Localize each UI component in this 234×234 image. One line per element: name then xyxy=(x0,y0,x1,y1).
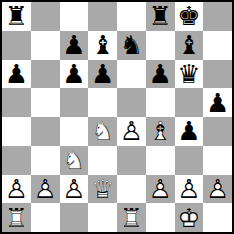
square-a4[interactable] xyxy=(2,117,31,146)
black-pawn-icon: ♟ xyxy=(88,60,117,89)
square-a8[interactable]: ♜ xyxy=(2,2,31,31)
square-c2[interactable]: ♟♙ xyxy=(60,175,89,204)
square-f6[interactable]: ♟ xyxy=(146,60,175,89)
square-a1[interactable]: ♜♖ xyxy=(2,203,31,232)
black-pawn-icon: ♟ xyxy=(203,88,232,117)
white-pawn-icon: ♟♙ xyxy=(2,175,31,204)
white-king-icon: ♚♔ xyxy=(175,203,204,232)
square-a6[interactable]: ♟ xyxy=(2,60,31,89)
square-h5[interactable]: ♟ xyxy=(203,88,232,117)
square-f3[interactable] xyxy=(146,146,175,175)
square-h4[interactable] xyxy=(203,117,232,146)
square-h7[interactable] xyxy=(203,31,232,60)
square-b7[interactable] xyxy=(31,31,60,60)
square-h2[interactable]: ♟♙ xyxy=(203,175,232,204)
square-d2[interactable]: ♛♕ xyxy=(88,175,117,204)
square-e3[interactable] xyxy=(117,146,146,175)
white-bishop-icon: ♝♗ xyxy=(146,117,175,146)
square-c4[interactable] xyxy=(60,117,89,146)
black-pawn-icon: ♟ xyxy=(60,60,89,89)
square-b5[interactable] xyxy=(31,88,60,117)
square-g6[interactable]: ♛ xyxy=(175,60,204,89)
black-king-icon: ♚ xyxy=(175,2,204,31)
black-pawn-icon: ♟ xyxy=(60,31,89,60)
square-e2[interactable] xyxy=(117,175,146,204)
square-b8[interactable] xyxy=(31,2,60,31)
square-d8[interactable] xyxy=(88,2,117,31)
white-pawn-icon: ♟♙ xyxy=(60,175,89,204)
white-pawn-icon: ♟♙ xyxy=(31,175,60,204)
square-b6[interactable] xyxy=(31,60,60,89)
white-pawn-icon: ♟♙ xyxy=(203,175,232,204)
chessboard: ♜♜♚♟♝♞♝♟♟♟♟♛♟♞♘♟♙♝♗♟♞♘♟♙♟♙♟♙♛♕♟♙♟♙♟♙♜♖♜♖… xyxy=(0,0,234,234)
square-b2[interactable]: ♟♙ xyxy=(31,175,60,204)
square-c5[interactable] xyxy=(60,88,89,117)
square-d7[interactable]: ♝ xyxy=(88,31,117,60)
black-rook-icon: ♜ xyxy=(2,2,31,31)
square-g1[interactable]: ♚♔ xyxy=(175,203,204,232)
square-d3[interactable] xyxy=(88,146,117,175)
square-a7[interactable] xyxy=(2,31,31,60)
black-pawn-icon: ♟ xyxy=(146,60,175,89)
square-h6[interactable] xyxy=(203,60,232,89)
black-bishop-icon: ♝ xyxy=(88,31,117,60)
square-b3[interactable] xyxy=(31,146,60,175)
square-g2[interactable]: ♟♙ xyxy=(175,175,204,204)
square-g5[interactable] xyxy=(175,88,204,117)
square-f7[interactable] xyxy=(146,31,175,60)
square-f5[interactable] xyxy=(146,88,175,117)
square-g8[interactable]: ♚ xyxy=(175,2,204,31)
white-rook-icon: ♜♖ xyxy=(117,203,146,232)
square-e4[interactable]: ♟♙ xyxy=(117,117,146,146)
black-queen-icon: ♛ xyxy=(175,60,204,89)
square-g7[interactable]: ♝ xyxy=(175,31,204,60)
square-c6[interactable]: ♟ xyxy=(60,60,89,89)
square-b1[interactable] xyxy=(31,203,60,232)
white-rook-icon: ♜♖ xyxy=(2,203,31,232)
white-pawn-icon: ♟♙ xyxy=(175,175,204,204)
square-a2[interactable]: ♟♙ xyxy=(2,175,31,204)
square-c7[interactable]: ♟ xyxy=(60,31,89,60)
square-a5[interactable] xyxy=(2,88,31,117)
square-e1[interactable]: ♜♖ xyxy=(117,203,146,232)
square-h3[interactable] xyxy=(203,146,232,175)
square-f4[interactable]: ♝♗ xyxy=(146,117,175,146)
square-d1[interactable] xyxy=(88,203,117,232)
square-c3[interactable]: ♞♘ xyxy=(60,146,89,175)
square-d6[interactable]: ♟ xyxy=(88,60,117,89)
square-f1[interactable] xyxy=(146,203,175,232)
square-e7[interactable]: ♞ xyxy=(117,31,146,60)
black-knight-icon: ♞ xyxy=(117,31,146,60)
square-h1[interactable] xyxy=(203,203,232,232)
square-d4[interactable]: ♞♘ xyxy=(88,117,117,146)
square-a3[interactable] xyxy=(2,146,31,175)
black-bishop-icon: ♝ xyxy=(175,31,204,60)
square-b4[interactable] xyxy=(31,117,60,146)
square-e5[interactable] xyxy=(117,88,146,117)
white-knight-icon: ♞♘ xyxy=(60,146,89,175)
black-pawn-icon: ♟ xyxy=(2,60,31,89)
square-h8[interactable] xyxy=(203,2,232,31)
white-knight-icon: ♞♘ xyxy=(88,117,117,146)
square-g4[interactable]: ♟ xyxy=(175,117,204,146)
white-pawn-icon: ♟♙ xyxy=(146,175,175,204)
square-e8[interactable] xyxy=(117,2,146,31)
black-pawn-icon: ♟ xyxy=(175,117,204,146)
square-f8[interactable]: ♜ xyxy=(146,2,175,31)
square-c1[interactable] xyxy=(60,203,89,232)
black-rook-icon: ♜ xyxy=(146,2,175,31)
square-g3[interactable] xyxy=(175,146,204,175)
white-queen-icon: ♛♕ xyxy=(88,175,117,204)
square-e6[interactable] xyxy=(117,60,146,89)
square-c8[interactable] xyxy=(60,2,89,31)
board-grid: ♜♜♚♟♝♞♝♟♟♟♟♛♟♞♘♟♙♝♗♟♞♘♟♙♟♙♟♙♛♕♟♙♟♙♟♙♜♖♜♖… xyxy=(2,2,232,232)
square-f2[interactable]: ♟♙ xyxy=(146,175,175,204)
white-pawn-icon: ♟♙ xyxy=(117,117,146,146)
square-d5[interactable] xyxy=(88,88,117,117)
